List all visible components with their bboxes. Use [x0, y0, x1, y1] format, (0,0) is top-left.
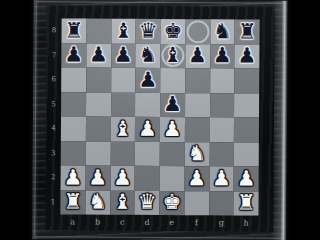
square-d8[interactable]: ♛: [136, 19, 161, 44]
rank-label-2: 2: [46, 165, 61, 190]
square-g8[interactable]: ♞: [210, 19, 235, 44]
black-pawn: ♟: [238, 46, 257, 67]
black-knight: ♞: [213, 21, 232, 42]
square-f6[interactable]: [185, 68, 210, 93]
black-queen: ♛: [139, 21, 158, 42]
square-e6[interactable]: [160, 68, 185, 93]
white-pawn: ♟: [138, 119, 157, 140]
square-g7[interactable]: ♟: [210, 44, 235, 69]
photo-background: 87654321 ♜♝♛♚♞♜♟♟♟♞♝♟♟♟♟♟♝♟♟♞♟♟♟♟♟♟♜♞♝♛♚…: [0, 0, 320, 240]
square-f2[interactable]: ♟: [184, 166, 209, 191]
square-h3[interactable]: [234, 142, 259, 167]
white-pawn: ♟: [163, 119, 182, 140]
square-d3[interactable]: [135, 141, 160, 166]
square-g2[interactable]: ♟: [209, 166, 234, 191]
square-d7[interactable]: ♞: [136, 43, 161, 68]
rank-label-3: 3: [46, 141, 61, 166]
square-c3[interactable]: [110, 141, 135, 166]
black-pawn: ♟: [89, 45, 108, 66]
black-knight: ♞: [139, 45, 158, 66]
white-rook: ♜: [63, 192, 82, 213]
square-f1[interactable]: [184, 191, 209, 216]
board-frame: 87654321 ♜♝♛♚♞♜♟♟♟♞♝♟♟♟♟♟♝♟♟♞♟♟♟♟♟♟♜♞♝♛♚…: [32, 0, 287, 240]
file-label-b: b: [85, 216, 110, 228]
square-d1[interactable]: ♛: [135, 190, 160, 215]
black-pawn: ♟: [64, 45, 83, 66]
square-f5[interactable]: [185, 93, 210, 118]
square-a3[interactable]: [61, 141, 86, 166]
file-label-e: e: [159, 216, 184, 228]
square-a2[interactable]: ♟: [61, 165, 86, 190]
white-knight: ♞: [88, 192, 107, 213]
white-bishop: ♝: [113, 118, 132, 139]
file-label-c: c: [110, 216, 135, 228]
square-a5[interactable]: [61, 92, 86, 117]
square-e3[interactable]: [160, 141, 185, 166]
rank-label-6: 6: [46, 67, 61, 92]
square-d6[interactable]: ♟: [135, 68, 160, 93]
square-g3[interactable]: [209, 142, 234, 167]
white-knight: ♞: [187, 143, 206, 164]
square-g4[interactable]: [209, 117, 234, 142]
square-h5[interactable]: [234, 93, 259, 118]
black-pawn: ♟: [213, 46, 232, 67]
white-pawn: ♟: [237, 168, 256, 189]
rank-label-4: 4: [46, 116, 61, 141]
square-b6[interactable]: [86, 68, 111, 93]
file-label-f: f: [184, 216, 209, 228]
square-a8[interactable]: ♜: [61, 18, 86, 43]
square-c5[interactable]: [111, 92, 136, 117]
board-backing: 87654321 ♜♝♛♚♞♜♟♟♟♞♝♟♟♟♟♟♝♟♟♞♟♟♟♟♟♟♜♞♝♛♚…: [45, 5, 274, 231]
square-f4[interactable]: [185, 117, 210, 142]
square-h2[interactable]: ♟: [234, 166, 259, 191]
black-bishop: ♝: [114, 20, 133, 41]
square-c1[interactable]: ♝: [110, 190, 135, 215]
white-bishop: ♝: [113, 192, 132, 213]
rank-labels: 87654321: [45, 18, 61, 214]
square-b3[interactable]: [85, 141, 110, 166]
rank-label-8: 8: [46, 18, 61, 43]
rank-label-1: 1: [45, 190, 60, 215]
file-labels: abcdefgh: [60, 215, 258, 228]
square-h7[interactable]: ♟: [235, 44, 260, 69]
square-f8[interactable]: [185, 19, 210, 44]
square-e7[interactable]: ♝: [160, 44, 185, 69]
white-pawn: ♟: [113, 167, 132, 188]
white-pawn: ♟: [212, 168, 231, 189]
square-a1[interactable]: ♜: [60, 190, 85, 215]
file-label-d: d: [135, 216, 160, 228]
white-queen: ♛: [138, 192, 157, 213]
square-g6[interactable]: [210, 68, 235, 93]
square-c6[interactable]: [111, 68, 136, 93]
file-label-a: a: [60, 215, 85, 227]
rank-label-7: 7: [46, 43, 61, 68]
white-pawn: ♟: [64, 167, 83, 188]
square-b8[interactable]: [86, 19, 111, 44]
square-e5[interactable]: ♟: [160, 93, 185, 118]
black-pawn: ♟: [114, 45, 133, 66]
square-b7[interactable]: ♟: [86, 43, 111, 68]
square-a4[interactable]: [61, 116, 86, 141]
file-label-g: g: [209, 216, 234, 228]
square-c8[interactable]: ♝: [111, 19, 136, 44]
square-h8[interactable]: ♜: [235, 19, 260, 44]
black-rook: ♜: [238, 21, 257, 42]
black-bishop: ♝: [163, 45, 182, 66]
square-b4[interactable]: [86, 117, 111, 142]
square-c4[interactable]: ♝: [110, 117, 135, 142]
square-c7[interactable]: ♟: [111, 43, 136, 68]
square-e2[interactable]: [160, 166, 185, 191]
square-f3[interactable]: ♞: [184, 142, 209, 167]
square-b5[interactable]: [86, 92, 111, 117]
square-b1[interactable]: ♞: [85, 190, 110, 215]
last-move-highlight: [186, 20, 209, 43]
black-pawn: ♟: [163, 94, 182, 115]
black-pawn: ♟: [188, 45, 207, 66]
square-d4[interactable]: ♟: [135, 117, 160, 142]
white-pawn: ♟: [187, 168, 206, 189]
square-a7[interactable]: ♟: [61, 43, 86, 68]
black-pawn: ♟: [138, 70, 157, 91]
rank-label-5: 5: [46, 92, 61, 117]
square-d2[interactable]: [135, 166, 160, 191]
square-f7[interactable]: ♟: [185, 44, 210, 69]
black-rook: ♜: [64, 20, 83, 41]
file-label-h: h: [234, 216, 259, 228]
square-e8[interactable]: ♚: [160, 19, 185, 44]
white-king: ♚: [162, 192, 181, 213]
square-h4[interactable]: [234, 117, 259, 142]
chess-board: ♜♝♛♚♞♜♟♟♟♞♝♟♟♟♟♟♝♟♟♞♟♟♟♟♟♟♜♞♝♛♚♜: [60, 18, 259, 215]
square-g1[interactable]: [209, 191, 234, 216]
square-b2[interactable]: ♟: [85, 166, 110, 191]
square-h6[interactable]: [234, 68, 259, 93]
black-king: ♚: [163, 21, 182, 42]
white-rook: ♜: [237, 193, 256, 214]
square-h1[interactable]: ♜: [234, 191, 259, 216]
white-pawn: ♟: [88, 167, 107, 188]
square-g5[interactable]: [210, 93, 235, 118]
square-a6[interactable]: [61, 67, 86, 92]
square-d5[interactable]: [135, 92, 160, 117]
square-e1[interactable]: ♚: [159, 190, 184, 215]
square-c2[interactable]: ♟: [110, 166, 135, 191]
square-e4[interactable]: ♟: [160, 117, 185, 142]
